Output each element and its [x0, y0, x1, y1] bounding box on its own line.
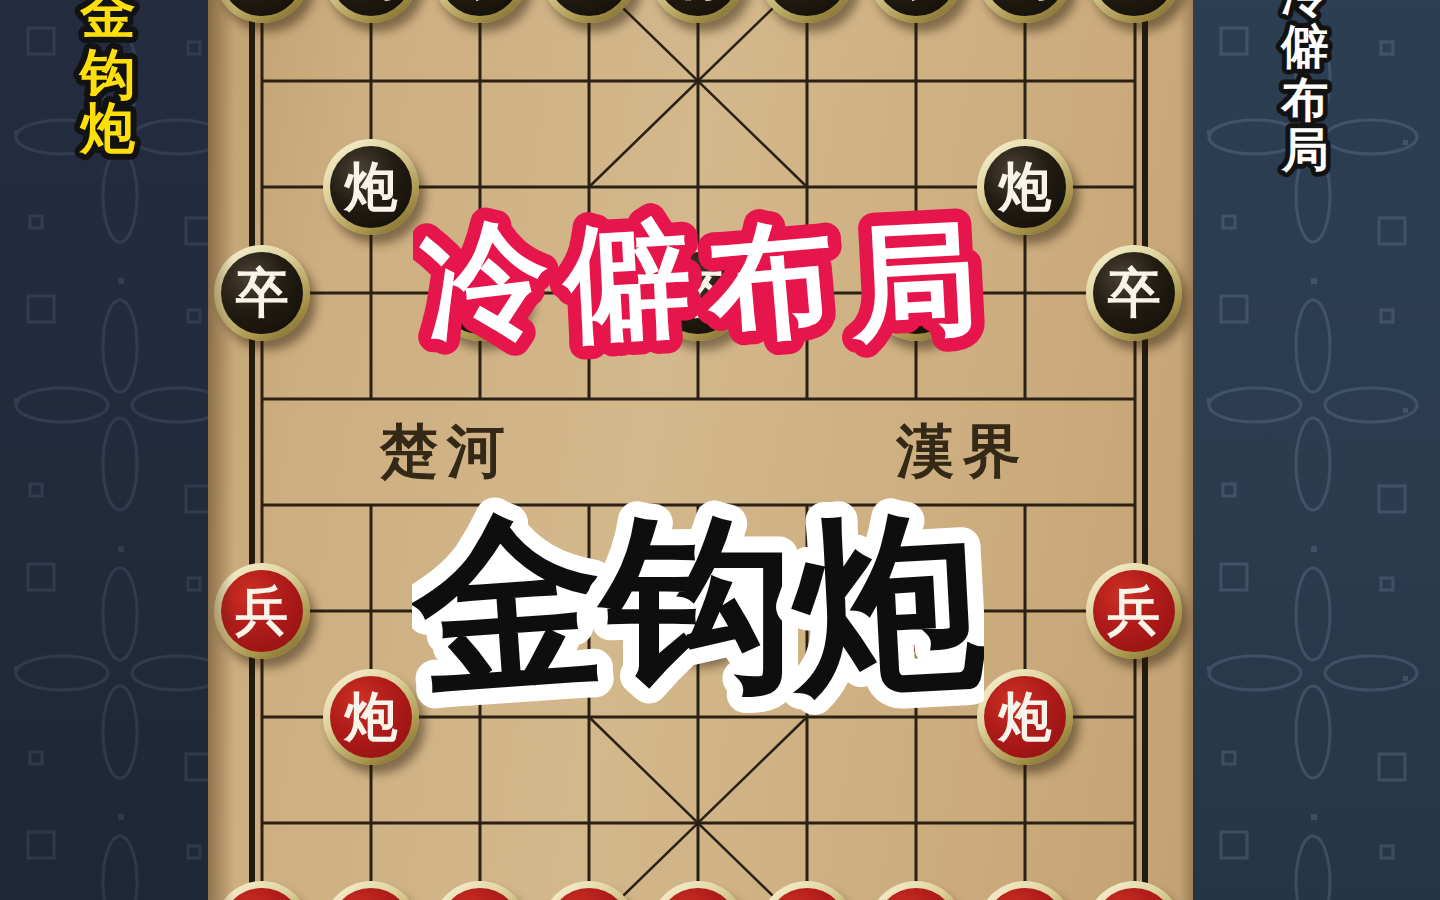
left-panel [0, 0, 208, 900]
piece-face: 兵 [657, 570, 739, 652]
piece-face: 炮 [984, 676, 1066, 758]
piece-face: 仕 [548, 888, 630, 900]
brocade-pattern-icon [0, 0, 208, 900]
piece-red-車[interactable]: 車 [214, 881, 310, 900]
piece-glyph: 馬 [345, 0, 398, 2]
piece-red-炮[interactable]: 炮 [977, 669, 1073, 765]
piece-face: 車 [221, 0, 303, 16]
piece-face: 馬 [330, 0, 412, 16]
piece-black-炮[interactable]: 炮 [323, 139, 419, 235]
piece-face: 卒 [1093, 252, 1175, 334]
piece-black-士[interactable]: 士 [759, 0, 855, 23]
piece-glyph: 士 [781, 0, 834, 2]
piece-glyph: 卒 [890, 267, 943, 320]
piece-glyph: 兵 [454, 585, 507, 638]
piece-glyph: 象 [454, 0, 507, 2]
piece-glyph: 兵 [672, 585, 725, 638]
piece-red-兵[interactable]: 兵 [214, 563, 310, 659]
piece-red-馬[interactable]: 馬 [977, 881, 1073, 900]
piece-black-卒[interactable]: 卒 [214, 245, 310, 341]
piece-glyph: 象 [890, 0, 943, 2]
piece-black-象[interactable]: 象 [868, 0, 964, 23]
piece-glyph: 車 [236, 0, 289, 2]
piece-layer: 車馬象士將士象馬車炮炮卒卒卒卒卒兵兵兵兵兵炮炮車馬相仕帥仕相馬車 [208, 0, 1193, 900]
piece-black-卒[interactable]: 卒 [868, 245, 964, 341]
piece-face: 炮 [330, 676, 412, 758]
piece-face: 兵 [439, 570, 521, 652]
piece-red-兵[interactable]: 兵 [868, 563, 964, 659]
piece-black-卒[interactable]: 卒 [1086, 245, 1182, 341]
piece-face: 馬 [984, 888, 1066, 900]
piece-face: 卒 [439, 252, 521, 334]
piece-face: 車 [1093, 888, 1175, 900]
piece-red-相[interactable]: 相 [432, 881, 528, 900]
piece-black-將[interactable]: 將 [650, 0, 746, 23]
piece-glyph: 炮 [345, 691, 398, 744]
piece-face: 炮 [984, 146, 1066, 228]
piece-red-車[interactable]: 車 [1086, 881, 1182, 900]
piece-face: 兵 [875, 570, 957, 652]
piece-black-卒[interactable]: 卒 [650, 245, 746, 341]
brocade-pattern-icon [1193, 0, 1440, 900]
piece-glyph: 炮 [999, 161, 1052, 214]
piece-glyph: 炮 [345, 161, 398, 214]
piece-glyph: 士 [563, 0, 616, 2]
piece-glyph: 兵 [236, 585, 289, 638]
piece-face: 士 [548, 0, 630, 16]
piece-face: 帥 [657, 888, 739, 900]
piece-black-馬[interactable]: 馬 [323, 0, 419, 23]
piece-glyph: 卒 [672, 267, 725, 320]
piece-red-仕[interactable]: 仕 [541, 881, 637, 900]
piece-red-炮[interactable]: 炮 [323, 669, 419, 765]
right-panel [1193, 0, 1440, 900]
piece-black-士[interactable]: 士 [541, 0, 637, 23]
piece-glyph: 將 [672, 0, 725, 2]
piece-glyph: 卒 [454, 267, 507, 320]
piece-red-兵[interactable]: 兵 [1086, 563, 1182, 659]
piece-red-帥[interactable]: 帥 [650, 881, 746, 900]
piece-face: 卒 [221, 252, 303, 334]
piece-face: 象 [439, 0, 521, 16]
piece-red-兵[interactable]: 兵 [650, 563, 746, 659]
piece-glyph: 馬 [999, 0, 1052, 2]
piece-face: 馬 [984, 0, 1066, 16]
piece-face: 兵 [1093, 570, 1175, 652]
piece-glyph: 兵 [890, 585, 943, 638]
piece-black-卒[interactable]: 卒 [432, 245, 528, 341]
piece-glyph: 車 [1108, 0, 1161, 2]
piece-face: 卒 [875, 252, 957, 334]
piece-face: 象 [875, 0, 957, 16]
piece-glyph: 卒 [236, 267, 289, 320]
piece-face: 卒 [657, 252, 739, 334]
piece-black-馬[interactable]: 馬 [977, 0, 1073, 23]
piece-black-炮[interactable]: 炮 [977, 139, 1073, 235]
xiangqi-board[interactable]: 楚河 漢界 車馬象士將士象馬車炮炮卒卒卒卒卒兵兵兵兵兵炮炮車馬相仕帥仕相馬車 [208, 0, 1193, 900]
piece-red-馬[interactable]: 馬 [323, 881, 419, 900]
piece-face: 士 [766, 0, 848, 16]
piece-face: 車 [1093, 0, 1175, 16]
piece-black-車[interactable]: 車 [214, 0, 310, 23]
piece-face: 馬 [330, 888, 412, 900]
piece-red-相[interactable]: 相 [868, 881, 964, 900]
piece-glyph: 炮 [999, 691, 1052, 744]
piece-glyph: 兵 [1108, 585, 1161, 638]
piece-face: 仕 [766, 888, 848, 900]
piece-face: 兵 [221, 570, 303, 652]
video-frame: 楚河 漢界 車馬象士將士象馬車炮炮卒卒卒卒卒兵兵兵兵兵炮炮車馬相仕帥仕相馬車 冷… [0, 0, 1440, 900]
piece-red-兵[interactable]: 兵 [432, 563, 528, 659]
piece-face: 車 [221, 888, 303, 900]
piece-face: 炮 [330, 146, 412, 228]
piece-black-車[interactable]: 車 [1086, 0, 1182, 23]
piece-red-仕[interactable]: 仕 [759, 881, 855, 900]
piece-face: 將 [657, 0, 739, 16]
piece-black-象[interactable]: 象 [432, 0, 528, 23]
piece-face: 相 [439, 888, 521, 900]
piece-glyph: 卒 [1108, 267, 1161, 320]
piece-face: 相 [875, 888, 957, 900]
